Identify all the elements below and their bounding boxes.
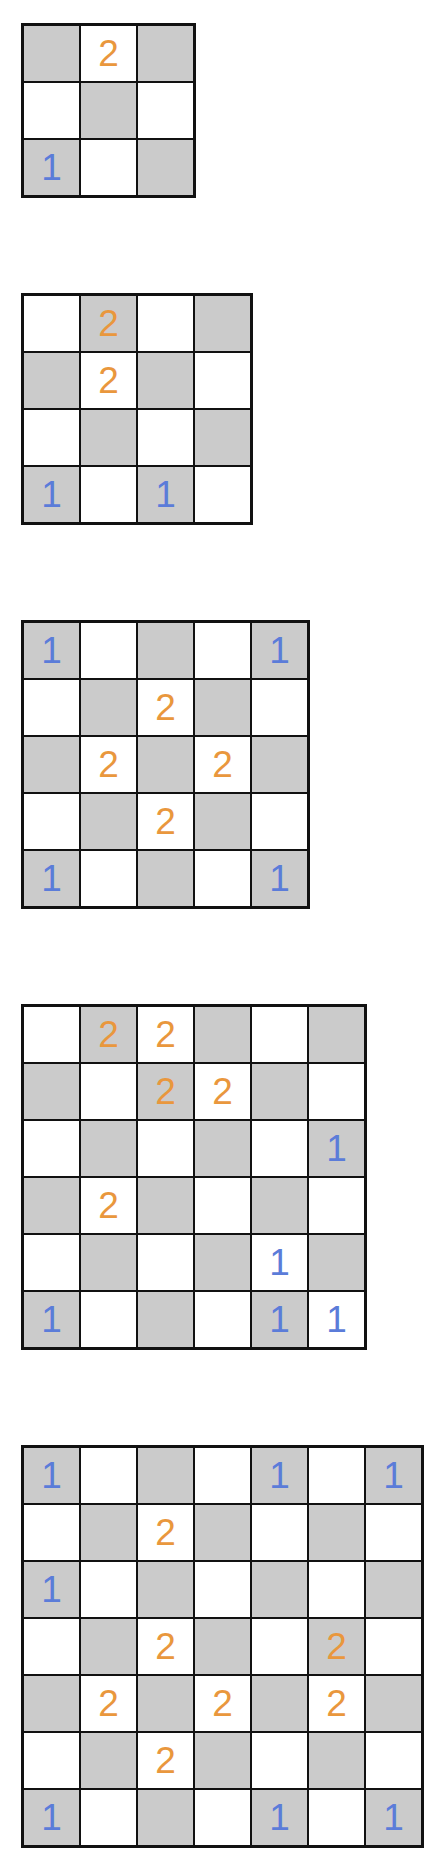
- board5-cell-r6c3: [195, 1790, 250, 1845]
- board3-cell-r2c2: [138, 737, 193, 792]
- board5-cell-r6c0: 1: [24, 1790, 79, 1845]
- board5-cell-r3c3: [195, 1619, 250, 1674]
- board4-cell-r4c2: [138, 1235, 193, 1290]
- board3-cell-r2c1: 2: [81, 737, 136, 792]
- board4-cell-r0c1: 2: [81, 1007, 136, 1062]
- board4-cell-r3c3: [195, 1178, 250, 1233]
- board-5x5: 11222211: [21, 620, 310, 909]
- board5-cell-r5c1: [81, 1733, 136, 1788]
- board5-cell-r6c5: [309, 1790, 364, 1845]
- board5-cell-r0c3: [195, 1448, 250, 1503]
- board3-cell-r4c0: 1: [24, 851, 79, 906]
- board5-cell-r1c1: [81, 1505, 136, 1560]
- board5-cell-r1c4: [252, 1505, 307, 1560]
- board5-cell-r2c1: [81, 1562, 136, 1617]
- board4-cell-r5c2: [138, 1292, 193, 1347]
- board5-cell-r2c5: [309, 1562, 364, 1617]
- board4-cell-r3c1: 2: [81, 1178, 136, 1233]
- board1-cell-r0c0: [24, 26, 79, 81]
- board4-cell-r1c2: 2: [138, 1064, 193, 1119]
- board5-cell-r0c6: 1: [366, 1448, 421, 1503]
- board2-cell-r1c3: [195, 353, 250, 408]
- board5-cell-r3c2: 2: [138, 1619, 193, 1674]
- board2-cell-r1c2: [138, 353, 193, 408]
- board5-cell-r1c6: [366, 1505, 421, 1560]
- board5-cell-r3c6: [366, 1619, 421, 1674]
- board4-cell-r2c2: [138, 1121, 193, 1176]
- board3-cell-r3c1: [81, 794, 136, 849]
- board2-cell-r0c2: [138, 296, 193, 351]
- board4-cell-r2c4: [252, 1121, 307, 1176]
- board4-cell-r3c2: [138, 1178, 193, 1233]
- board4-cell-r2c3: [195, 1121, 250, 1176]
- board4-cell-r1c0: [24, 1064, 79, 1119]
- board4-cell-r3c0: [24, 1178, 79, 1233]
- board-6x6: 2222121111: [21, 1004, 367, 1350]
- board5-cell-r5c2: 2: [138, 1733, 193, 1788]
- board5-cell-r2c0: 1: [24, 1562, 79, 1617]
- board5-cell-r3c4: [252, 1619, 307, 1674]
- board1-cell-r1c1: [81, 83, 136, 138]
- board5-cell-r0c0: 1: [24, 1448, 79, 1503]
- board3-cell-r3c4: [252, 794, 307, 849]
- board5-cell-r2c3: [195, 1562, 250, 1617]
- board2-cell-r3c0: 1: [24, 467, 79, 522]
- board1-cell-r0c1: 2: [81, 26, 136, 81]
- board2-cell-r2c0: [24, 410, 79, 465]
- board5-cell-r6c1: [81, 1790, 136, 1845]
- board5-cell-r4c4: [252, 1676, 307, 1731]
- board3-cell-r3c2: 2: [138, 794, 193, 849]
- board5-cell-r4c2: [138, 1676, 193, 1731]
- board4-cell-r0c3: [195, 1007, 250, 1062]
- board1-cell-r1c0: [24, 83, 79, 138]
- board3-cell-r1c1: [81, 680, 136, 735]
- board4-cell-r0c0: [24, 1007, 79, 1062]
- board1-cell-r2c0: 1: [24, 140, 79, 195]
- board4-cell-r2c5: 1: [309, 1121, 364, 1176]
- board4-cell-r5c3: [195, 1292, 250, 1347]
- board3-cell-r0c2: [138, 623, 193, 678]
- board-3x3: 21: [21, 23, 196, 198]
- board5-cell-r4c1: 2: [81, 1676, 136, 1731]
- board5-cell-r1c3: [195, 1505, 250, 1560]
- board4-cell-r5c4: 1: [252, 1292, 307, 1347]
- board3-cell-r1c0: [24, 680, 79, 735]
- board3-cell-r0c3: [195, 623, 250, 678]
- board2-cell-r0c3: [195, 296, 250, 351]
- board1-cell-r2c1: [81, 140, 136, 195]
- board5-cell-r5c4: [252, 1733, 307, 1788]
- board4-cell-r5c1: [81, 1292, 136, 1347]
- board4-cell-r4c1: [81, 1235, 136, 1290]
- board2-cell-r0c0: [24, 296, 79, 351]
- board5-cell-r6c4: 1: [252, 1790, 307, 1845]
- grids-container: 21221111222211222212111111121222222111: [21, 23, 444, 1848]
- board5-cell-r3c0: [24, 1619, 79, 1674]
- board5-cell-r6c6: 1: [366, 1790, 421, 1845]
- board5-cell-r4c0: [24, 1676, 79, 1731]
- board5-cell-r5c3: [195, 1733, 250, 1788]
- board5-cell-r5c5: [309, 1733, 364, 1788]
- board3-cell-r4c2: [138, 851, 193, 906]
- board3-cell-r0c1: [81, 623, 136, 678]
- board4-cell-r0c4: [252, 1007, 307, 1062]
- board5-cell-r2c2: [138, 1562, 193, 1617]
- board4-cell-r4c3: [195, 1235, 250, 1290]
- board4-cell-r1c5: [309, 1064, 364, 1119]
- board3-cell-r3c0: [24, 794, 79, 849]
- board5-cell-r0c2: [138, 1448, 193, 1503]
- board4-cell-r1c3: 2: [195, 1064, 250, 1119]
- board3-cell-r2c3: 2: [195, 737, 250, 792]
- board5-cell-r4c3: 2: [195, 1676, 250, 1731]
- board4-cell-r4c0: [24, 1235, 79, 1290]
- board5-cell-r6c2: [138, 1790, 193, 1845]
- board3-cell-r0c4: 1: [252, 623, 307, 678]
- board1-cell-r2c2: [138, 140, 193, 195]
- board5-cell-r3c5: 2: [309, 1619, 364, 1674]
- board-4x4: 2211: [21, 293, 253, 525]
- board3-cell-r1c4: [252, 680, 307, 735]
- board2-cell-r2c2: [138, 410, 193, 465]
- board2-cell-r1c0: [24, 353, 79, 408]
- board2-cell-r3c3: [195, 467, 250, 522]
- board4-cell-r4c5: [309, 1235, 364, 1290]
- board2-cell-r2c3: [195, 410, 250, 465]
- board4-cell-r2c1: [81, 1121, 136, 1176]
- board2-cell-r3c1: [81, 467, 136, 522]
- board5-cell-r0c1: [81, 1448, 136, 1503]
- board5-cell-r0c5: [309, 1448, 364, 1503]
- board4-cell-r5c5: 1: [309, 1292, 364, 1347]
- board3-cell-r4c4: 1: [252, 851, 307, 906]
- board-7x7: 11121222222111: [21, 1445, 424, 1848]
- board3-cell-r4c3: [195, 851, 250, 906]
- board4-cell-r1c4: [252, 1064, 307, 1119]
- board3-cell-r4c1: [81, 851, 136, 906]
- board5-cell-r4c6: [366, 1676, 421, 1731]
- board5-cell-r2c4: [252, 1562, 307, 1617]
- board1-cell-r0c2: [138, 26, 193, 81]
- board3-cell-r2c4: [252, 737, 307, 792]
- board3-cell-r0c0: 1: [24, 623, 79, 678]
- board5-cell-r1c2: 2: [138, 1505, 193, 1560]
- board5-cell-r4c5: 2: [309, 1676, 364, 1731]
- board3-cell-r2c0: [24, 737, 79, 792]
- board5-cell-r3c1: [81, 1619, 136, 1674]
- board5-cell-r1c0: [24, 1505, 79, 1560]
- board2-cell-r3c2: 1: [138, 467, 193, 522]
- board2-cell-r0c1: 2: [81, 296, 136, 351]
- board5-cell-r0c4: 1: [252, 1448, 307, 1503]
- board4-cell-r0c5: [309, 1007, 364, 1062]
- board5-cell-r5c6: [366, 1733, 421, 1788]
- board2-cell-r1c1: 2: [81, 353, 136, 408]
- board4-cell-r0c2: 2: [138, 1007, 193, 1062]
- board4-cell-r3c5: [309, 1178, 364, 1233]
- board4-cell-r2c0: [24, 1121, 79, 1176]
- board2-cell-r2c1: [81, 410, 136, 465]
- board4-cell-r3c4: [252, 1178, 307, 1233]
- puzzle-page: 21221111222211222212111111121222222111: [0, 0, 444, 1848]
- board5-cell-r2c6: [366, 1562, 421, 1617]
- board5-cell-r1c5: [309, 1505, 364, 1560]
- board5-cell-r5c0: [24, 1733, 79, 1788]
- board3-cell-r1c3: [195, 680, 250, 735]
- board3-cell-r1c2: 2: [138, 680, 193, 735]
- board4-cell-r5c0: 1: [24, 1292, 79, 1347]
- board4-cell-r4c4: 1: [252, 1235, 307, 1290]
- board1-cell-r1c2: [138, 83, 193, 138]
- board3-cell-r3c3: [195, 794, 250, 849]
- board4-cell-r1c1: [81, 1064, 136, 1119]
